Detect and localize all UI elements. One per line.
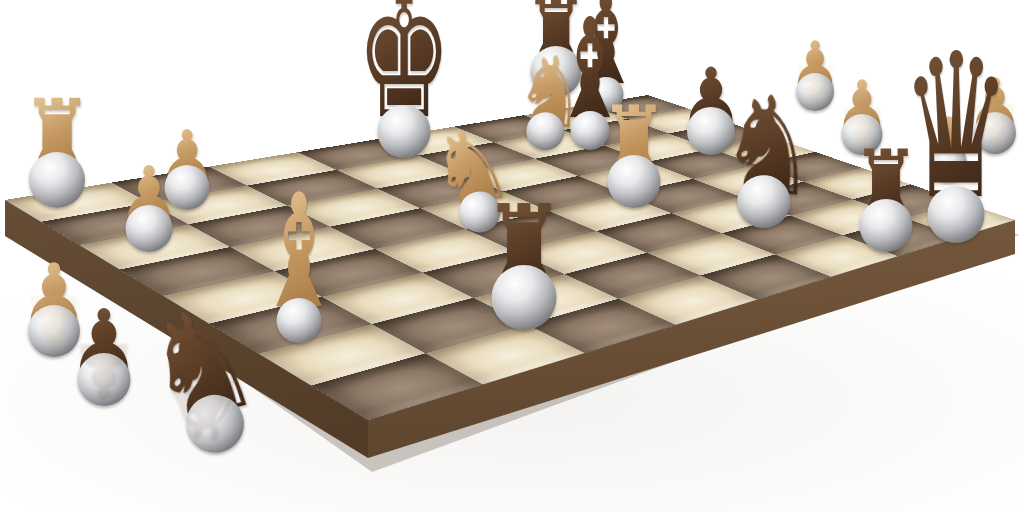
product-photo-scene: ♜♟♟♝♞♞♜♚♝♟♞♜♜♛♜♝♟♟♟♟♟♟♟♟♟♟♟♞♞ bbox=[0, 0, 1024, 512]
chrome-ball-base bbox=[608, 155, 661, 208]
piece-black-knight[interactable]: ♞♞ bbox=[146, 317, 266, 463]
floor-reflection: ♟ bbox=[68, 334, 140, 404]
chrome-ball-base bbox=[860, 199, 913, 252]
chrome-ball-base bbox=[928, 186, 985, 243]
piece-white-rook-f4[interactable]: ♜ bbox=[601, 116, 667, 208]
chrome-ball-base bbox=[277, 298, 322, 343]
chrome-ball-base bbox=[492, 265, 557, 330]
chrome-ball-base bbox=[126, 205, 173, 252]
piece-black-pawn[interactable]: ♟♟ bbox=[73, 320, 135, 406]
piece-white-rook-a8[interactable]: ♜ bbox=[22, 111, 92, 208]
piece-black-rook-c2[interactable]: ♜ bbox=[484, 218, 565, 330]
chrome-ball-base bbox=[29, 152, 85, 208]
piece-white-bishop-a4[interactable]: ♝ bbox=[252, 211, 347, 343]
piece-black-rook-g1[interactable]: ♜ bbox=[853, 160, 919, 252]
piece-black-knight-f2[interactable]: ♞ bbox=[718, 106, 815, 232]
piece-white-pawn-a6[interactable]: ♟ bbox=[122, 176, 177, 252]
